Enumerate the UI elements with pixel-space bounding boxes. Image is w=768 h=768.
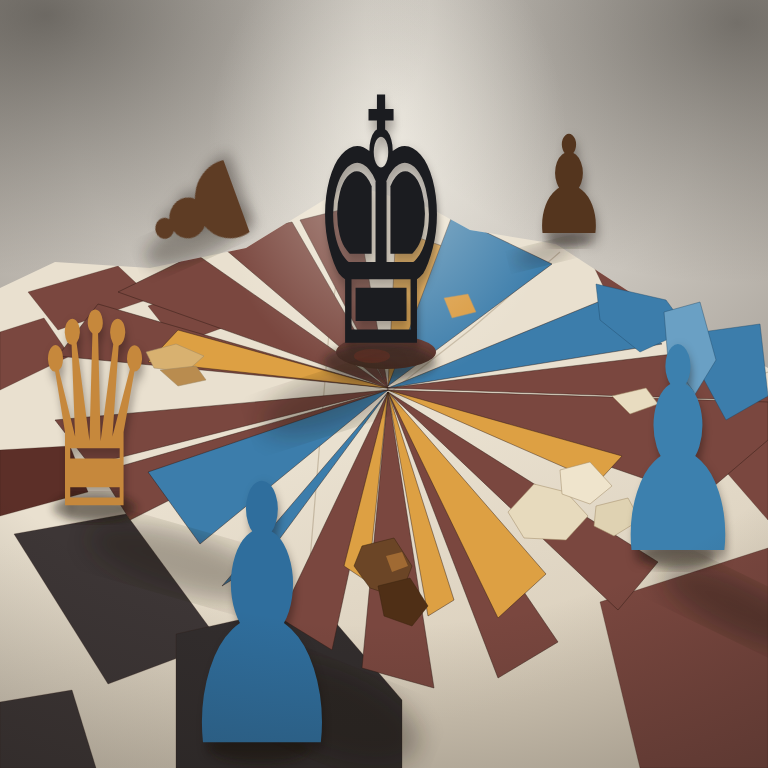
blue-pawn-right[interactable]: ♟ <box>607 312 749 594</box>
scene: ♚♛♟♟♟♟ <box>0 0 768 768</box>
pieces-layer: ♚♛♟♟♟♟ <box>0 0 768 768</box>
brown-pawn-far[interactable]: ♟ <box>529 118 609 254</box>
blue-pawn-near[interactable]: ♟ <box>172 439 352 768</box>
black-king[interactable]: ♚ <box>309 55 452 395</box>
tan-queen[interactable]: ♛ <box>33 278 158 546</box>
